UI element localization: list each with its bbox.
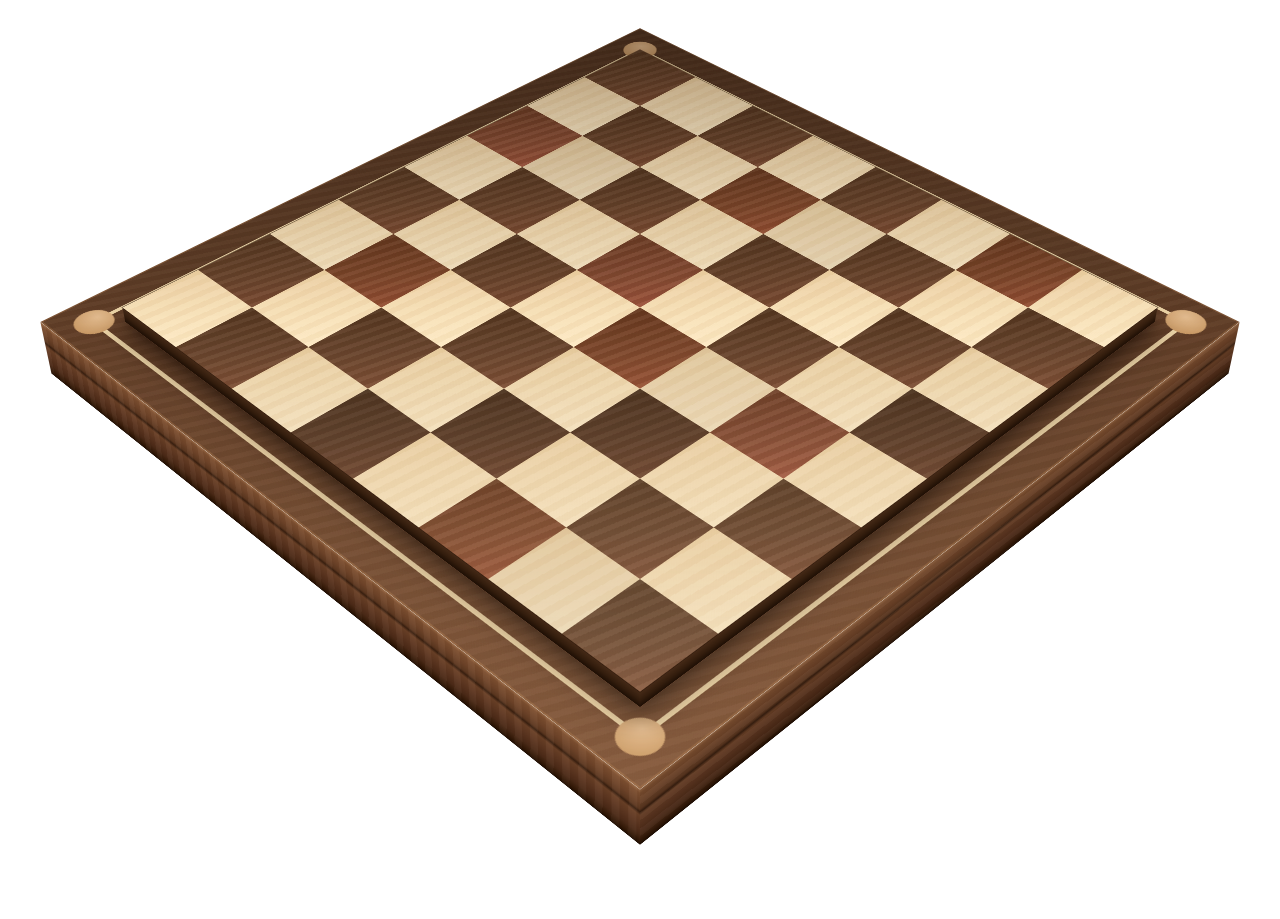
photo-background	[0, 0, 1280, 919]
corner-dot-bottom	[604, 710, 675, 764]
scene	[0, 0, 1280, 919]
